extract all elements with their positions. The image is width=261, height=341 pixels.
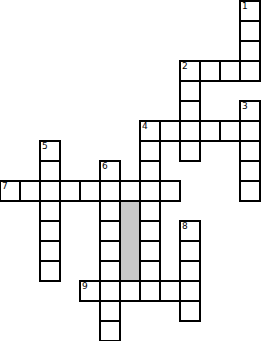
highlighted-word[interactable] [120,201,140,281]
cell[interactable] [200,121,220,141]
clue-number: 8 [182,222,188,230]
cell[interactable] [40,261,60,281]
cell[interactable] [120,181,140,201]
cell[interactable] [100,281,120,301]
cell[interactable] [140,221,160,241]
cell[interactable] [240,161,260,181]
clue-number: 7 [2,182,8,190]
cell[interactable] [140,141,160,161]
clue-number: 2 [182,62,188,70]
clue-number: 1 [242,2,248,10]
cell[interactable]: 2 [180,61,200,81]
cell[interactable] [140,161,160,181]
cell[interactable]: 3 [240,101,260,121]
cell[interactable] [200,61,220,81]
cell[interactable] [40,161,60,181]
cell[interactable] [20,181,40,201]
cell[interactable] [140,241,160,261]
cell[interactable] [100,221,120,241]
cell[interactable] [60,181,80,201]
cell[interactable] [240,181,260,201]
clue-number: 3 [242,102,248,110]
cell[interactable] [220,61,240,81]
cell[interactable] [100,261,120,281]
cell[interactable]: 9 [80,281,100,301]
cell[interactable] [180,141,200,161]
cell[interactable] [240,141,260,161]
clue-number: 4 [142,122,148,130]
cell[interactable] [240,61,260,81]
cell[interactable] [240,21,260,41]
cell[interactable] [100,241,120,261]
cell[interactable]: 8 [180,221,200,241]
cell[interactable] [140,281,160,301]
cell[interactable] [40,201,60,221]
clue-number: 9 [82,282,88,290]
cell[interactable] [80,181,100,201]
cell[interactable] [180,281,200,301]
cell[interactable]: 1 [240,1,260,21]
cell[interactable]: 5 [40,141,60,161]
cell[interactable] [160,281,180,301]
clue-number: 6 [102,162,108,170]
cell[interactable] [160,121,180,141]
cell[interactable]: 7 [0,181,20,201]
cell[interactable] [40,221,60,241]
cell[interactable] [180,121,200,141]
cell[interactable] [240,41,260,61]
cell[interactable]: 6 [100,161,120,181]
cell[interactable] [180,241,200,261]
cell[interactable] [120,281,140,301]
cell[interactable] [40,241,60,261]
cell[interactable] [100,201,120,221]
cell[interactable] [140,261,160,281]
cell[interactable] [40,181,60,201]
cell[interactable] [140,201,160,221]
cell[interactable] [100,301,120,321]
cell[interactable] [140,181,160,201]
cell[interactable] [240,121,260,141]
cell[interactable] [100,321,120,341]
cell[interactable] [100,181,120,201]
cell[interactable] [180,301,200,321]
crossword-board: 123456789 [0,0,261,341]
cell[interactable] [180,101,200,121]
clue-number: 5 [42,142,48,150]
cell[interactable] [180,81,200,101]
cell[interactable]: 4 [140,121,160,141]
cell[interactable] [160,181,180,201]
cell[interactable] [220,121,240,141]
cell[interactable] [180,261,200,281]
